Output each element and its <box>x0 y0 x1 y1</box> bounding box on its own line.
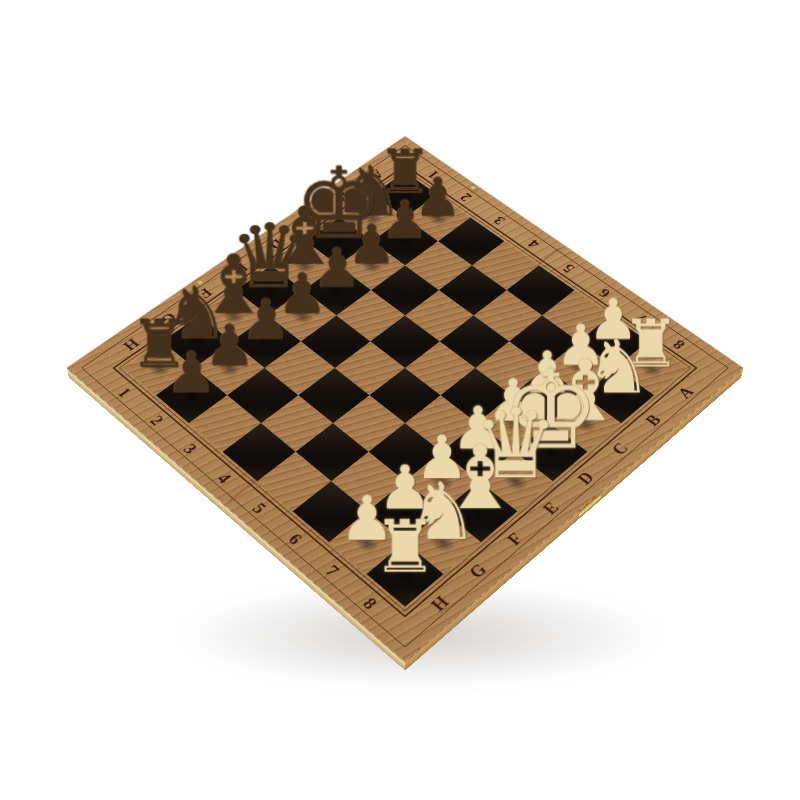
label-right-file-d: D <box>574 469 597 487</box>
label-right-file-e: E <box>539 499 561 517</box>
label-right-file-a: A <box>674 384 696 401</box>
piece-light-rook-h8: ♜ <box>373 510 438 582</box>
label-top-rank-3: 3 <box>491 214 508 226</box>
board-grid: ♜♟♟♜♞♟♟♞♚♟♟♝♝♟♟♚♛♟♟♛♝♟♟♝♞♟♟♞♜♟♟♜ <box>124 172 686 607</box>
label-bottom-rank-3: 3 <box>181 441 201 456</box>
label-right-file-c: C <box>608 440 630 458</box>
product-photo: 1122334455667788AABBCCDDEEFFGGHH ♜♟♟♜♞♟♟… <box>0 0 800 800</box>
label-bottom-rank-2: 2 <box>147 413 167 428</box>
label-top-rank-5: 5 <box>560 262 577 275</box>
label-bottom-rank-1: 1 <box>115 385 134 400</box>
label-right-file-h: H <box>427 593 451 614</box>
brass-clasp-icon <box>579 492 602 518</box>
label-bottom-rank-6: 6 <box>285 531 305 548</box>
square-h8: ♜ <box>367 542 444 606</box>
piece-dark-pawn-h2: ♟ <box>166 344 218 402</box>
label-right-file-f: F <box>504 530 526 548</box>
label-top-rank-4: 4 <box>525 238 542 251</box>
label-bottom-rank-4: 4 <box>215 470 235 486</box>
label-right-file-b: B <box>642 412 663 429</box>
label-bottom-rank-8: 8 <box>360 594 381 611</box>
label-bottom-rank-5: 5 <box>250 500 270 516</box>
label-bottom-rank-7: 7 <box>322 562 342 579</box>
label-right-file-g: G <box>465 561 489 581</box>
